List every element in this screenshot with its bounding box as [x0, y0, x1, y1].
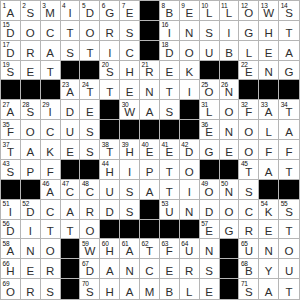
cell-letter: E — [200, 126, 219, 138]
cell-r11c14[interactable]: 54K — [259, 200, 279, 220]
cell-letter: A — [259, 106, 278, 118]
cell-letter: N — [21, 245, 40, 257]
cell-letter: G — [220, 225, 239, 237]
cell-r2c10[interactable]: N — [180, 21, 200, 41]
cell-r6c3[interactable]: 29I — [41, 100, 61, 120]
cell-letter: E — [120, 86, 139, 98]
cell-r12c11[interactable]: 57E — [200, 220, 220, 240]
cell-r13c5[interactable]: 59W — [80, 239, 100, 259]
cell-r2c11[interactable]: S — [200, 21, 220, 41]
cell-r7c13[interactable]: O — [239, 120, 259, 140]
cell-r6c4[interactable]: D — [61, 100, 81, 120]
cell-r7c15[interactable]: A — [279, 120, 299, 140]
black-cell — [160, 220, 180, 240]
cell-r1c9[interactable]: 8B — [160, 1, 180, 21]
cell-letter: S — [80, 286, 99, 298]
cell-letter: I — [160, 27, 179, 39]
cell-letter: R — [41, 265, 60, 277]
cell-r8c4[interactable]: E — [61, 140, 81, 160]
cell-r15c5[interactable]: 70S — [80, 279, 100, 299]
cell-letter: H — [100, 286, 119, 298]
cell-r8c10[interactable]: 42D — [180, 140, 200, 160]
cell-r1c1[interactable]: 1A — [1, 1, 21, 21]
cell-letter: L — [180, 286, 199, 298]
cell-letter: R — [21, 47, 40, 59]
cell-r2c6[interactable]: R — [100, 21, 120, 41]
cell-r8c12[interactable]: E — [220, 140, 240, 160]
cell-letter: D — [100, 206, 119, 218]
cell-letter: I — [120, 166, 139, 178]
cell-r10c12[interactable]: 50N — [220, 180, 240, 200]
cell-r8c6[interactable]: 38T — [100, 140, 120, 160]
cell-letter: A — [1, 106, 20, 118]
cell-r6c14[interactable]: 33A — [259, 100, 279, 120]
cell-r4c8[interactable]: 21R — [140, 61, 160, 81]
cell-r4c6[interactable]: 20S — [100, 61, 120, 81]
cell-r1c2[interactable]: 2S — [21, 1, 41, 21]
cell-r3c15[interactable]: A — [279, 41, 299, 61]
cell-r6c13[interactable]: 32F — [239, 100, 259, 120]
cell-r15c6[interactable]: H — [100, 279, 120, 299]
cell-letter: S — [100, 66, 119, 78]
cell-r3c5[interactable]: T — [80, 41, 100, 61]
cell-letter: I — [41, 106, 60, 118]
cell-r6c11[interactable]: 31L — [200, 100, 220, 120]
cell-letter: H — [120, 146, 139, 158]
cell-letter: N — [259, 245, 278, 257]
cell-r1c13[interactable]: 12O — [239, 1, 259, 21]
black-cell — [220, 279, 240, 299]
cell-letter: O — [200, 86, 219, 98]
cell-r6c5[interactable]: E — [80, 100, 100, 120]
cell-letter: K — [259, 206, 278, 218]
cell-r15c14[interactable]: A — [259, 279, 279, 299]
cell-r11c3[interactable]: C — [41, 200, 61, 220]
cell-letter: R — [21, 286, 40, 298]
black-cell — [61, 259, 81, 279]
cell-letter: O — [239, 146, 258, 158]
cell-r8c13[interactable]: O — [239, 140, 259, 160]
cell-letter: R — [180, 265, 199, 277]
cell-r7c2[interactable]: O — [21, 120, 41, 140]
cell-letter: R — [100, 27, 119, 39]
black-cell — [61, 239, 81, 259]
cell-r9c2[interactable]: P — [21, 160, 41, 180]
cell-r10c7[interactable]: S — [120, 180, 140, 200]
cell-r8c2[interactable]: A — [21, 140, 41, 160]
cell-r14c6[interactable]: A — [100, 259, 120, 279]
cell-letter: O — [180, 47, 199, 59]
cell-letter: H — [100, 245, 119, 257]
cell-r15c3[interactable]: S — [41, 279, 61, 299]
cell-letter: L — [220, 7, 239, 19]
cell-letter: M — [41, 7, 60, 19]
cell-r1c15[interactable]: 14S — [279, 1, 299, 21]
cell-r13c10[interactable]: 64U — [180, 239, 200, 259]
cell-r9c9[interactable]: T — [160, 160, 180, 180]
cell-r9c3[interactable]: F — [41, 160, 61, 180]
black-cell — [21, 80, 41, 100]
cell-r5c9[interactable]: T — [160, 80, 180, 100]
cell-letter: H — [259, 27, 278, 39]
cell-r10c10[interactable]: I — [180, 180, 200, 200]
cell-r14c11[interactable]: S — [200, 259, 220, 279]
black-cell — [200, 160, 220, 180]
cell-r14c10[interactable]: R — [180, 259, 200, 279]
cell-letter: C — [239, 206, 258, 218]
cell-r5c6[interactable]: T — [100, 80, 120, 100]
cell-letter: D — [80, 265, 99, 277]
cell-letter: E — [160, 66, 179, 78]
cell-letter: T — [279, 166, 299, 178]
cell-r2c14[interactable]: H — [259, 21, 279, 41]
cell-r7c14[interactable]: L — [259, 120, 279, 140]
cell-r3c3[interactable]: A — [41, 41, 61, 61]
cell-letter: O — [220, 206, 239, 218]
cell-letter: T — [41, 66, 60, 78]
cell-r8c5[interactable]: S — [80, 140, 100, 160]
cell-r5c7[interactable]: E — [120, 80, 140, 100]
cell-r9c6[interactable]: 44H — [100, 160, 120, 180]
cell-letter: C — [61, 186, 80, 198]
cell-r2c13[interactable]: G — [239, 21, 259, 41]
cell-r13c15[interactable]: O — [279, 239, 299, 259]
cell-letter: T — [279, 286, 299, 298]
cell-letter: N — [140, 86, 159, 98]
cell-r11c1[interactable]: 51I — [1, 200, 21, 220]
cell-r5c12[interactable]: 26N — [220, 80, 240, 100]
cell-r7c3[interactable]: C — [41, 120, 61, 140]
cell-r13c14[interactable]: N — [259, 239, 279, 259]
cell-r12c13[interactable]: R — [239, 220, 259, 240]
cell-r6c7[interactable]: 30W — [120, 100, 140, 120]
cell-r7c12[interactable]: N — [220, 120, 240, 140]
cell-r8c8[interactable]: 40E — [140, 140, 160, 160]
cell-letter: W — [120, 106, 139, 118]
cell-r13c8[interactable]: 62T — [140, 239, 160, 259]
cell-r10c5[interactable]: 48C — [80, 180, 100, 200]
cell-letter: I — [180, 186, 199, 198]
cell-letter: N — [120, 265, 139, 277]
cell-letter: E — [120, 7, 139, 19]
cell-r6c15[interactable]: 34T — [279, 100, 299, 120]
cell-r9c7[interactable]: I — [120, 160, 140, 180]
cell-letter: P — [140, 166, 159, 178]
cell-r8c7[interactable]: 39H — [120, 140, 140, 160]
cell-r15c9[interactable]: B — [160, 279, 180, 299]
cell-r9c14[interactable]: A — [259, 160, 279, 180]
cell-letter: D — [200, 206, 219, 218]
cell-letter: O — [239, 126, 258, 138]
cell-r3c11[interactable]: U — [200, 41, 220, 61]
cell-r14c15[interactable]: U — [279, 259, 299, 279]
cell-r14c2[interactable]: E — [21, 259, 41, 279]
cell-r4c3[interactable]: T — [41, 61, 61, 81]
cell-r10c9[interactable]: T — [160, 180, 180, 200]
cell-r6c2[interactable]: 28S — [21, 100, 41, 120]
cell-letter: S — [279, 7, 299, 19]
cell-r9c8[interactable]: P — [140, 160, 160, 180]
cell-r14c1[interactable]: 66H — [1, 259, 21, 279]
cell-r14c3[interactable]: R — [41, 259, 61, 279]
cell-letter: S — [80, 146, 99, 158]
cell-letter: T — [160, 166, 179, 178]
cell-r15c7[interactable]: A — [120, 279, 140, 299]
cell-letter: T — [80, 47, 99, 59]
cell-r9c15[interactable]: T — [279, 160, 299, 180]
black-cell — [61, 61, 81, 81]
cell-r11c15[interactable]: 55S — [279, 200, 299, 220]
cell-r7c11[interactable]: 36E — [200, 120, 220, 140]
cell-letter: T — [100, 146, 119, 158]
cell-r3c10[interactable]: O — [180, 41, 200, 61]
cell-r2c1[interactable]: 15D — [1, 21, 21, 41]
cell-letter: A — [259, 286, 278, 298]
black-cell — [140, 21, 160, 41]
cell-r6c1[interactable]: 27A — [1, 100, 21, 120]
cell-letter: S — [200, 265, 219, 277]
cell-r15c13[interactable]: 71S — [239, 279, 259, 299]
black-cell — [100, 120, 120, 140]
cell-r2c5[interactable]: O — [80, 21, 100, 41]
cell-r8c11[interactable]: G — [200, 140, 220, 160]
cell-r9c10[interactable]: O — [180, 160, 200, 180]
cell-r8c15[interactable]: F — [279, 140, 299, 160]
cell-r4c2[interactable]: E — [21, 61, 41, 81]
cell-r13c13[interactable]: 65U — [239, 239, 259, 259]
cell-r1c4[interactable]: 4I — [61, 1, 81, 21]
cell-letter: R — [239, 225, 258, 237]
cell-letter: O — [239, 7, 258, 19]
cell-r3c2[interactable]: R — [21, 41, 41, 61]
cell-r1c10[interactable]: 9E — [180, 1, 200, 21]
cell-r6c9[interactable]: S — [160, 100, 180, 120]
cell-r7c5[interactable]: S — [80, 120, 100, 140]
cell-r15c10[interactable]: L — [180, 279, 200, 299]
cell-r10c4[interactable]: 47C — [61, 180, 81, 200]
cell-letter: E — [21, 265, 40, 277]
cell-letter: G — [200, 146, 219, 158]
cell-r10c11[interactable]: 49O — [200, 180, 220, 200]
cell-r13c11[interactable]: N — [200, 239, 220, 259]
cell-letter: N — [220, 86, 239, 98]
cell-letter: C — [41, 27, 60, 39]
cell-r1c14[interactable]: 13W — [259, 1, 279, 21]
cell-r15c15[interactable]: T — [279, 279, 299, 299]
black-cell — [140, 200, 160, 220]
cell-r8c14[interactable]: F — [259, 140, 279, 160]
cell-r11c2[interactable]: 52D — [21, 200, 41, 220]
black-cell — [180, 100, 200, 120]
cell-r3c14[interactable]: E — [259, 41, 279, 61]
cell-r15c1[interactable]: 69O — [1, 279, 21, 299]
cell-r8c9[interactable]: 41E — [160, 140, 180, 160]
cell-letter: I — [100, 47, 119, 59]
cell-letter: P — [21, 166, 40, 178]
cell-r11c12[interactable]: O — [220, 200, 240, 220]
cell-r3c6[interactable]: I — [100, 41, 120, 61]
cell-r7c1[interactable]: 35F — [1, 120, 21, 140]
cell-r1c12[interactable]: 11L — [220, 1, 240, 21]
cell-r3c12[interactable]: B — [220, 41, 240, 61]
cell-letter: U — [239, 245, 258, 257]
cell-r4c14[interactable]: N — [259, 61, 279, 81]
cell-r2c3[interactable]: C — [41, 21, 61, 41]
cell-r11c9[interactable]: 53U — [160, 200, 180, 220]
cell-r1c7[interactable]: 7E — [120, 1, 140, 21]
cell-r11c13[interactable]: C — [239, 200, 259, 220]
cell-r14c9[interactable]: E — [160, 259, 180, 279]
cell-r15c2[interactable]: R — [21, 279, 41, 299]
cell-r2c15[interactable]: T — [279, 21, 299, 41]
cell-letter: S — [21, 7, 40, 19]
cell-letter: S — [200, 27, 219, 39]
cell-letter: O — [21, 27, 40, 39]
cell-r11c10[interactable]: N — [180, 200, 200, 220]
black-cell — [80, 61, 100, 81]
cell-letter: E — [160, 265, 179, 277]
cell-r12c15[interactable]: T — [279, 220, 299, 240]
cell-r5c4[interactable]: 23A — [61, 80, 81, 100]
cell-r13c2[interactable]: N — [21, 239, 41, 259]
cell-letter: S — [120, 27, 139, 39]
cell-r13c6[interactable]: 60H — [100, 239, 120, 259]
cell-r13c1[interactable]: 58A — [1, 239, 21, 259]
cell-r4c7[interactable]: H — [120, 61, 140, 81]
cell-r14c7[interactable]: N — [120, 259, 140, 279]
cell-letter: N — [220, 186, 239, 198]
cell-letter: O — [1, 286, 20, 298]
cell-letter: O — [21, 126, 40, 138]
cell-r14c5[interactable]: 67D — [80, 259, 100, 279]
cell-r1c6[interactable]: 6G — [100, 1, 120, 21]
cell-r8c3[interactable]: K — [41, 140, 61, 160]
cell-letter: B — [220, 47, 239, 59]
cell-r11c5[interactable]: R — [80, 200, 100, 220]
cell-letter: L — [239, 47, 258, 59]
cell-r3c13[interactable]: L — [239, 41, 259, 61]
cell-r12c2[interactable]: I — [21, 220, 41, 240]
cell-r13c7[interactable]: 61A — [120, 239, 140, 259]
cell-r12c14[interactable]: E — [259, 220, 279, 240]
cell-r4c15[interactable]: G — [279, 61, 299, 81]
cell-r10c13[interactable]: S — [239, 180, 259, 200]
cell-letter: F — [279, 146, 299, 158]
cell-letter: W — [80, 245, 99, 257]
cell-r1c11[interactable]: 10L — [200, 1, 220, 21]
cell-r3c7[interactable]: C — [120, 41, 140, 61]
cell-letter: U — [61, 126, 80, 138]
cell-r6c8[interactable]: A — [140, 100, 160, 120]
black-cell — [259, 80, 279, 100]
cell-r4c13[interactable]: 22E — [239, 61, 259, 81]
cell-r4c10[interactable]: K — [180, 61, 200, 81]
cell-r3c1[interactable]: 17D — [1, 41, 21, 61]
cell-letter: U — [279, 265, 299, 277]
cell-letter: N — [200, 245, 219, 257]
cell-r5c8[interactable]: N — [140, 80, 160, 100]
cell-r12c1[interactable]: 56D — [1, 220, 21, 240]
cell-r8c1[interactable]: 37T — [1, 140, 21, 160]
cell-r2c9[interactable]: 16I — [160, 21, 180, 41]
cell-letter: T — [279, 225, 299, 237]
cell-letter: R — [140, 66, 159, 78]
cell-r2c7[interactable]: S — [120, 21, 140, 41]
cell-r11c6[interactable]: D — [100, 200, 120, 220]
cell-r13c3[interactable]: O — [41, 239, 61, 259]
cell-r15c11[interactable]: E — [200, 279, 220, 299]
cell-letter: T — [80, 86, 99, 98]
cell-r9c1[interactable]: 43S — [1, 160, 21, 180]
cell-letter: B — [160, 286, 179, 298]
cell-letter: F — [259, 146, 278, 158]
cell-r12c12[interactable]: G — [220, 220, 240, 240]
cell-letter: N — [180, 206, 199, 218]
cell-r3c4[interactable]: S — [61, 41, 81, 61]
cell-r14c8[interactable]: C — [140, 259, 160, 279]
cell-letter: O — [200, 186, 219, 198]
cell-letter: L — [200, 7, 219, 19]
cell-letter: A — [100, 265, 119, 277]
cell-r9c13[interactable]: 45T — [239, 160, 259, 180]
cell-r14c14[interactable]: Y — [259, 259, 279, 279]
cell-letter: S — [239, 286, 258, 298]
cell-r2c2[interactable]: O — [21, 21, 41, 41]
cell-letter: F — [160, 245, 179, 257]
cell-r4c9[interactable]: E — [160, 61, 180, 81]
cell-r2c12[interactable]: I — [220, 21, 240, 41]
cell-r5c5[interactable]: 24T — [80, 80, 100, 100]
cell-r15c8[interactable]: M — [140, 279, 160, 299]
cell-letter: S — [120, 186, 139, 198]
cell-r1c3[interactable]: 3M — [41, 1, 61, 21]
cell-r2c4[interactable]: T — [61, 21, 81, 41]
cell-r12c3[interactable]: T — [41, 220, 61, 240]
cell-letter: T — [61, 225, 80, 237]
cell-r14c13[interactable]: 68B — [239, 259, 259, 279]
cell-letter: N — [180, 27, 199, 39]
cell-r11c7[interactable]: S — [120, 200, 140, 220]
black-cell — [120, 220, 140, 240]
cell-letter: M — [140, 286, 159, 298]
cell-r3c9[interactable]: 18D — [160, 41, 180, 61]
cell-r10c6[interactable]: U — [100, 180, 120, 200]
cell-r13c9[interactable]: 63F — [160, 239, 180, 259]
cell-letter: S — [21, 106, 40, 118]
cell-letter: H — [100, 166, 119, 178]
cell-r10c8[interactable]: A — [140, 180, 160, 200]
cell-letter: F — [239, 106, 258, 118]
black-cell — [220, 160, 240, 180]
cell-r11c11[interactable]: D — [200, 200, 220, 220]
black-cell — [1, 180, 21, 200]
cell-letter: D — [80, 7, 99, 19]
cell-r6c12[interactable]: O — [220, 100, 240, 120]
cell-r5c10[interactable]: I — [180, 80, 200, 100]
cell-letter: A — [61, 86, 80, 98]
cell-r11c4[interactable]: A — [61, 200, 81, 220]
cell-r12c5[interactable]: O — [80, 220, 100, 240]
cell-letter: S — [1, 66, 20, 78]
cell-r5c11[interactable]: 25O — [200, 80, 220, 100]
cell-r7c4[interactable]: U — [61, 120, 81, 140]
cell-r4c1[interactable]: 19S — [1, 61, 21, 81]
cell-letter: R — [80, 206, 99, 218]
cell-letter: S — [239, 186, 258, 198]
cell-r1c5[interactable]: 5D — [80, 1, 100, 21]
cell-r12c4[interactable]: T — [61, 220, 81, 240]
cell-r10c3[interactable]: 46A — [41, 180, 61, 200]
